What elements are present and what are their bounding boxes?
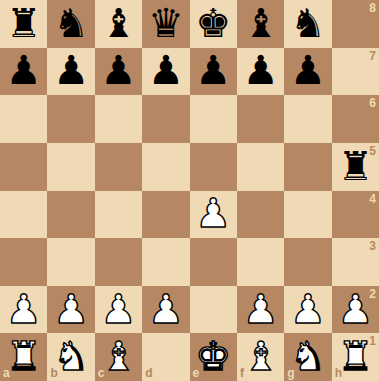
square-e4[interactable]: ♟ bbox=[190, 191, 237, 239]
piece-black-rook[interactable]: ♜ bbox=[337, 146, 373, 186]
square-a6[interactable] bbox=[0, 95, 47, 143]
square-f4[interactable] bbox=[237, 191, 284, 239]
square-g4[interactable] bbox=[284, 191, 331, 239]
square-b7[interactable]: ♟ bbox=[47, 48, 94, 96]
square-e1[interactable]: ♚e bbox=[190, 333, 237, 381]
square-b5[interactable] bbox=[47, 143, 94, 191]
square-d6[interactable] bbox=[142, 95, 189, 143]
piece-white-pawn[interactable]: ♟ bbox=[101, 289, 137, 329]
square-c5[interactable] bbox=[95, 143, 142, 191]
square-f5[interactable] bbox=[237, 143, 284, 191]
piece-black-pawn[interactable]: ♟ bbox=[195, 50, 231, 90]
square-h1[interactable]: ♜1h bbox=[332, 333, 379, 381]
piece-white-rook[interactable]: ♜ bbox=[337, 336, 373, 376]
rank-label-4: 4 bbox=[369, 193, 376, 205]
square-a8[interactable]: ♜ bbox=[0, 0, 47, 48]
square-e2[interactable] bbox=[190, 286, 237, 334]
square-c7[interactable]: ♟ bbox=[95, 48, 142, 96]
square-h8[interactable]: 8 bbox=[332, 0, 379, 48]
piece-white-king[interactable]: ♚ bbox=[195, 336, 231, 376]
rank-label-6: 6 bbox=[369, 97, 376, 109]
square-d7[interactable]: ♟ bbox=[142, 48, 189, 96]
piece-black-bishop[interactable]: ♝ bbox=[243, 3, 279, 43]
square-b1[interactable]: ♞b bbox=[47, 333, 94, 381]
square-c3[interactable] bbox=[95, 238, 142, 286]
piece-white-pawn[interactable]: ♟ bbox=[53, 289, 89, 329]
piece-black-pawn[interactable]: ♟ bbox=[290, 50, 326, 90]
square-f7[interactable]: ♟ bbox=[237, 48, 284, 96]
square-h2[interactable]: ♟2 bbox=[332, 286, 379, 334]
square-g2[interactable]: ♟ bbox=[284, 286, 331, 334]
square-a1[interactable]: ♜a bbox=[0, 333, 47, 381]
square-b6[interactable] bbox=[47, 95, 94, 143]
square-h3[interactable]: 3 bbox=[332, 238, 379, 286]
piece-black-knight[interactable]: ♞ bbox=[290, 3, 326, 43]
file-label-d: d bbox=[145, 367, 152, 379]
square-g7[interactable]: ♟ bbox=[284, 48, 331, 96]
square-g1[interactable]: ♞g bbox=[284, 333, 331, 381]
square-d1[interactable]: d bbox=[142, 333, 189, 381]
rank-label-3: 3 bbox=[369, 240, 376, 252]
square-a5[interactable] bbox=[0, 143, 47, 191]
square-e7[interactable]: ♟ bbox=[190, 48, 237, 96]
square-a7[interactable]: ♟ bbox=[0, 48, 47, 96]
square-a2[interactable]: ♟ bbox=[0, 286, 47, 334]
piece-black-pawn[interactable]: ♟ bbox=[101, 50, 137, 90]
piece-black-queen[interactable]: ♛ bbox=[148, 3, 184, 43]
piece-white-pawn[interactable]: ♟ bbox=[6, 289, 42, 329]
rank-label-7: 7 bbox=[369, 50, 376, 62]
square-e5[interactable] bbox=[190, 143, 237, 191]
square-a3[interactable] bbox=[0, 238, 47, 286]
square-f2[interactable]: ♟ bbox=[237, 286, 284, 334]
square-b4[interactable] bbox=[47, 191, 94, 239]
piece-black-pawn[interactable]: ♟ bbox=[243, 50, 279, 90]
piece-black-pawn[interactable]: ♟ bbox=[6, 50, 42, 90]
square-f8[interactable]: ♝ bbox=[237, 0, 284, 48]
rank-label-8: 8 bbox=[369, 2, 376, 14]
square-e8[interactable]: ♚ bbox=[190, 0, 237, 48]
square-e3[interactable] bbox=[190, 238, 237, 286]
square-g8[interactable]: ♞ bbox=[284, 0, 331, 48]
square-b2[interactable]: ♟ bbox=[47, 286, 94, 334]
piece-black-bishop[interactable]: ♝ bbox=[101, 3, 137, 43]
square-f3[interactable] bbox=[237, 238, 284, 286]
piece-white-bishop[interactable]: ♝ bbox=[243, 336, 279, 376]
square-d3[interactable] bbox=[142, 238, 189, 286]
square-c8[interactable]: ♝ bbox=[95, 0, 142, 48]
piece-black-pawn[interactable]: ♟ bbox=[53, 50, 89, 90]
piece-white-pawn[interactable]: ♟ bbox=[290, 289, 326, 329]
square-g6[interactable] bbox=[284, 95, 331, 143]
piece-black-pawn[interactable]: ♟ bbox=[148, 50, 184, 90]
square-c6[interactable] bbox=[95, 95, 142, 143]
square-c1[interactable]: ♝c bbox=[95, 333, 142, 381]
square-b3[interactable] bbox=[47, 238, 94, 286]
square-c2[interactable]: ♟ bbox=[95, 286, 142, 334]
square-g5[interactable] bbox=[284, 143, 331, 191]
square-f1[interactable]: ♝f bbox=[237, 333, 284, 381]
square-h4[interactable]: 4 bbox=[332, 191, 379, 239]
square-d8[interactable]: ♛ bbox=[142, 0, 189, 48]
square-d5[interactable] bbox=[142, 143, 189, 191]
square-h7[interactable]: 7 bbox=[332, 48, 379, 96]
square-g3[interactable] bbox=[284, 238, 331, 286]
piece-white-knight[interactable]: ♞ bbox=[290, 336, 326, 376]
chess-board: ♜♞♝♛♚♝♞8♟♟♟♟♟♟♟76♜5♟43♟♟♟♟♟♟♟2♜a♞b♝cd♚e♝… bbox=[0, 0, 379, 381]
piece-white-rook[interactable]: ♜ bbox=[6, 336, 42, 376]
square-b8[interactable]: ♞ bbox=[47, 0, 94, 48]
square-e6[interactable] bbox=[190, 95, 237, 143]
square-c4[interactable] bbox=[95, 191, 142, 239]
piece-white-bishop[interactable]: ♝ bbox=[101, 336, 137, 376]
square-a4[interactable] bbox=[0, 191, 47, 239]
square-h5[interactable]: ♜5 bbox=[332, 143, 379, 191]
square-f6[interactable] bbox=[237, 95, 284, 143]
square-d4[interactable] bbox=[142, 191, 189, 239]
piece-black-rook[interactable]: ♜ bbox=[6, 3, 42, 43]
square-h6[interactable]: 6 bbox=[332, 95, 379, 143]
piece-white-pawn[interactable]: ♟ bbox=[243, 289, 279, 329]
piece-white-pawn[interactable]: ♟ bbox=[148, 289, 184, 329]
piece-white-pawn[interactable]: ♟ bbox=[337, 289, 373, 329]
square-d2[interactable]: ♟ bbox=[142, 286, 189, 334]
piece-black-king[interactable]: ♚ bbox=[195, 3, 231, 43]
piece-white-knight[interactable]: ♞ bbox=[53, 336, 89, 376]
piece-black-knight[interactable]: ♞ bbox=[53, 3, 89, 43]
piece-white-pawn[interactable]: ♟ bbox=[195, 193, 231, 233]
